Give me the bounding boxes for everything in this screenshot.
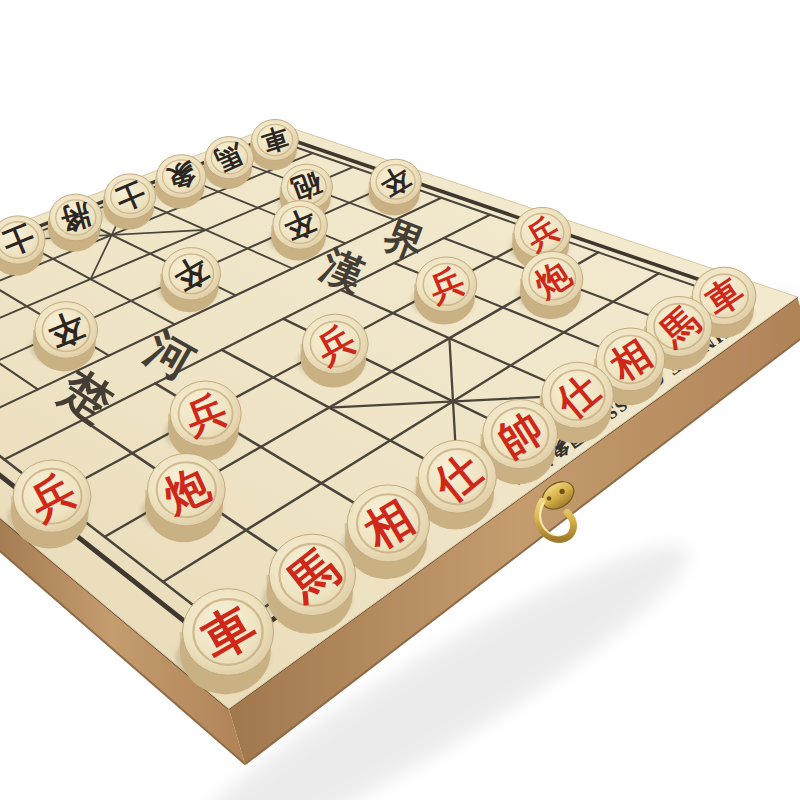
piece-black-馬: 馬 xyxy=(202,137,254,189)
piece-black-將: 將 xyxy=(45,194,102,252)
piece-black-士: 士 xyxy=(101,174,156,230)
piece-black-象: 象 xyxy=(153,155,206,209)
xiangqi-board-photo: 楚河漢界CHINESE CHESS 中国象棋 ▣車馬象士砲卒將士卒象兵馬卒車兵炮… xyxy=(0,0,800,800)
scene: 楚河漢界CHINESE CHESS 中国象棋 ▣車馬象士砲卒將士卒象兵馬卒車兵炮… xyxy=(0,0,800,800)
